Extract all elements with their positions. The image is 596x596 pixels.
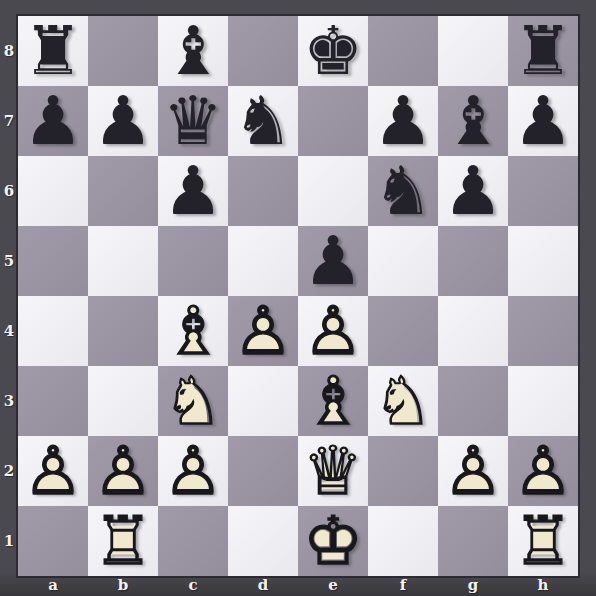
white-rook-b1[interactable]: ♜♖ <box>88 506 158 576</box>
square-d1[interactable] <box>228 506 298 576</box>
square-e6[interactable] <box>298 156 368 226</box>
white-bishop-e3[interactable]: ♝♗ <box>298 366 368 436</box>
square-h4[interactable] <box>508 296 578 366</box>
square-a3[interactable] <box>18 366 88 436</box>
square-a7[interactable]: ♟ <box>18 86 88 156</box>
white-pawn-outline-glyph: ♙ <box>228 296 298 366</box>
square-h8[interactable]: ♜ <box>508 16 578 86</box>
white-pawn-glyph: ♟ <box>438 436 508 506</box>
black-knight-glyph: ♞ <box>228 86 298 156</box>
black-pawn-glyph: ♟ <box>298 226 368 296</box>
black-rook-glyph: ♜ <box>18 16 88 86</box>
square-f2[interactable] <box>368 436 438 506</box>
white-pawn-glyph: ♟ <box>228 296 298 366</box>
square-g7[interactable]: ♝ <box>438 86 508 156</box>
black-pawn-f7[interactable]: ♟ <box>368 86 438 156</box>
square-c6[interactable]: ♟ <box>158 156 228 226</box>
square-e8[interactable]: ♚ <box>298 16 368 86</box>
square-b1[interactable]: ♜♖ <box>88 506 158 576</box>
square-g3[interactable] <box>438 366 508 436</box>
file-label-e: e <box>298 576 368 594</box>
square-b3[interactable] <box>88 366 158 436</box>
black-pawn-glyph: ♟ <box>438 156 508 226</box>
square-d3[interactable] <box>228 366 298 436</box>
black-bishop-c8[interactable]: ♝ <box>158 16 228 86</box>
black-pawn-h7[interactable]: ♟ <box>508 86 578 156</box>
square-c3[interactable]: ♞♘ <box>158 366 228 436</box>
rank-labels: 87654321 <box>0 16 18 576</box>
white-pawn-h2[interactable]: ♟♙ <box>508 436 578 506</box>
square-f5[interactable] <box>368 226 438 296</box>
square-c2[interactable]: ♟♙ <box>158 436 228 506</box>
white-pawn-b2[interactable]: ♟♙ <box>88 436 158 506</box>
file-label-c: c <box>158 576 228 594</box>
black-pawn-c6[interactable]: ♟ <box>158 156 228 226</box>
square-b6[interactable] <box>88 156 158 226</box>
rank-label-4: 4 <box>0 296 18 366</box>
white-king-outline-glyph: ♔ <box>298 506 368 576</box>
white-bishop-glyph: ♝ <box>298 366 368 436</box>
square-c1[interactable] <box>158 506 228 576</box>
chess-board-frame: 87654321 abcdefgh ♜♝♚♜♟♟♛♞♟♝♟♟♞♟♟♝♗♟♙♟♙♞… <box>0 0 596 596</box>
square-h3[interactable] <box>508 366 578 436</box>
square-c5[interactable] <box>158 226 228 296</box>
white-king-e1[interactable]: ♚♔ <box>298 506 368 576</box>
square-b5[interactable] <box>88 226 158 296</box>
white-pawn-c2[interactable]: ♟♙ <box>158 436 228 506</box>
white-knight-outline-glyph: ♘ <box>158 366 228 436</box>
rank-label-2: 2 <box>0 436 18 506</box>
white-pawn-glyph: ♟ <box>158 436 228 506</box>
square-g8[interactable] <box>438 16 508 86</box>
square-f3[interactable]: ♞♘ <box>368 366 438 436</box>
square-a4[interactable] <box>18 296 88 366</box>
square-c7[interactable]: ♛ <box>158 86 228 156</box>
square-g6[interactable]: ♟ <box>438 156 508 226</box>
square-e1[interactable]: ♚♔ <box>298 506 368 576</box>
rank-label-5: 5 <box>0 226 18 296</box>
white-knight-outline-glyph: ♘ <box>368 366 438 436</box>
rank-label-8: 8 <box>0 16 18 86</box>
square-f6[interactable]: ♞ <box>368 156 438 226</box>
square-e7[interactable] <box>298 86 368 156</box>
black-pawn-e5[interactable]: ♟ <box>298 226 368 296</box>
square-d5[interactable] <box>228 226 298 296</box>
white-pawn-outline-glyph: ♙ <box>438 436 508 506</box>
white-pawn-outline-glyph: ♙ <box>158 436 228 506</box>
black-rook-a8[interactable]: ♜ <box>18 16 88 86</box>
black-pawn-glyph: ♟ <box>18 86 88 156</box>
square-b4[interactable] <box>88 296 158 366</box>
white-pawn-a2[interactable]: ♟♙ <box>18 436 88 506</box>
file-label-h: h <box>508 576 578 594</box>
square-d2[interactable] <box>228 436 298 506</box>
rank-label-1: 1 <box>0 506 18 576</box>
square-f7[interactable]: ♟ <box>368 86 438 156</box>
white-rook-glyph: ♜ <box>508 506 578 576</box>
square-g1[interactable] <box>438 506 508 576</box>
square-h1[interactable]: ♜♖ <box>508 506 578 576</box>
rank-label-6: 6 <box>0 156 18 226</box>
white-pawn-glyph: ♟ <box>298 296 368 366</box>
black-bishop-g7[interactable]: ♝ <box>438 86 508 156</box>
white-knight-f3[interactable]: ♞♘ <box>368 366 438 436</box>
white-pawn-outline-glyph: ♙ <box>298 296 368 366</box>
file-label-g: g <box>438 576 508 594</box>
file-label-d: d <box>228 576 298 594</box>
square-d7[interactable]: ♞ <box>228 86 298 156</box>
black-rook-glyph: ♜ <box>508 16 578 86</box>
white-pawn-glyph: ♟ <box>18 436 88 506</box>
square-f4[interactable] <box>368 296 438 366</box>
white-queen-glyph: ♛ <box>298 436 368 506</box>
square-g2[interactable]: ♟♙ <box>438 436 508 506</box>
square-a2[interactable]: ♟♙ <box>18 436 88 506</box>
square-d4[interactable]: ♟♙ <box>228 296 298 366</box>
black-king-glyph: ♚ <box>298 16 368 86</box>
white-pawn-e4[interactable]: ♟♙ <box>298 296 368 366</box>
black-knight-f6[interactable]: ♞ <box>368 156 438 226</box>
white-pawn-glyph: ♟ <box>88 436 158 506</box>
white-king-glyph: ♚ <box>298 506 368 576</box>
black-pawn-glyph: ♟ <box>158 156 228 226</box>
black-pawn-g6[interactable]: ♟ <box>438 156 508 226</box>
square-e3[interactable]: ♝♗ <box>298 366 368 436</box>
black-bishop-glyph: ♝ <box>158 16 228 86</box>
square-b7[interactable]: ♟ <box>88 86 158 156</box>
white-pawn-outline-glyph: ♙ <box>88 436 158 506</box>
square-c4[interactable]: ♝♗ <box>158 296 228 366</box>
file-label-a: a <box>18 576 88 594</box>
white-rook-outline-glyph: ♖ <box>508 506 578 576</box>
file-label-b: b <box>88 576 158 594</box>
black-pawn-a7[interactable]: ♟ <box>18 86 88 156</box>
white-queen-outline-glyph: ♕ <box>298 436 368 506</box>
black-queen-c7[interactable]: ♛ <box>158 86 228 156</box>
white-bishop-glyph: ♝ <box>158 296 228 366</box>
square-a6[interactable] <box>18 156 88 226</box>
white-bishop-outline-glyph: ♗ <box>158 296 228 366</box>
white-pawn-outline-glyph: ♙ <box>18 436 88 506</box>
black-pawn-glyph: ♟ <box>508 86 578 156</box>
square-e4[interactable]: ♟♙ <box>298 296 368 366</box>
square-e5[interactable]: ♟ <box>298 226 368 296</box>
square-e2[interactable]: ♛♕ <box>298 436 368 506</box>
black-king-e8[interactable]: ♚ <box>298 16 368 86</box>
file-labels: abcdefgh <box>18 576 578 596</box>
white-rook-outline-glyph: ♖ <box>88 506 158 576</box>
square-f8[interactable] <box>368 16 438 86</box>
square-h7[interactable]: ♟ <box>508 86 578 156</box>
square-a8[interactable]: ♜ <box>18 16 88 86</box>
square-d6[interactable] <box>228 156 298 226</box>
white-pawn-glyph: ♟ <box>508 436 578 506</box>
square-g5[interactable] <box>438 226 508 296</box>
black-queen-glyph: ♛ <box>158 86 228 156</box>
rank-label-3: 3 <box>0 366 18 436</box>
square-b2[interactable]: ♟♙ <box>88 436 158 506</box>
square-h6[interactable] <box>508 156 578 226</box>
square-a5[interactable] <box>18 226 88 296</box>
white-pawn-outline-glyph: ♙ <box>508 436 578 506</box>
black-bishop-glyph: ♝ <box>438 86 508 156</box>
white-rook-h1[interactable]: ♜♖ <box>508 506 578 576</box>
file-label-f: f <box>368 576 438 594</box>
white-pawn-d4[interactable]: ♟♙ <box>228 296 298 366</box>
chess-board[interactable]: ♜♝♚♜♟♟♛♞♟♝♟♟♞♟♟♝♗♟♙♟♙♞♘♝♗♞♘♟♙♟♙♟♙♛♕♟♙♟♙♜… <box>18 16 578 576</box>
square-c8[interactable]: ♝ <box>158 16 228 86</box>
white-knight-c3[interactable]: ♞♘ <box>158 366 228 436</box>
black-knight-d7[interactable]: ♞ <box>228 86 298 156</box>
white-pawn-g2[interactable]: ♟♙ <box>438 436 508 506</box>
black-pawn-glyph: ♟ <box>88 86 158 156</box>
square-f1[interactable] <box>368 506 438 576</box>
square-h2[interactable]: ♟♙ <box>508 436 578 506</box>
white-bishop-c4[interactable]: ♝♗ <box>158 296 228 366</box>
black-knight-glyph: ♞ <box>368 156 438 226</box>
square-a1[interactable] <box>18 506 88 576</box>
white-knight-glyph: ♞ <box>158 366 228 436</box>
black-pawn-b7[interactable]: ♟ <box>88 86 158 156</box>
square-b8[interactable] <box>88 16 158 86</box>
white-bishop-outline-glyph: ♗ <box>298 366 368 436</box>
rank-label-7: 7 <box>0 86 18 156</box>
white-rook-glyph: ♜ <box>88 506 158 576</box>
square-g4[interactable] <box>438 296 508 366</box>
black-pawn-glyph: ♟ <box>368 86 438 156</box>
square-d8[interactable] <box>228 16 298 86</box>
square-h5[interactable] <box>508 226 578 296</box>
black-rook-h8[interactable]: ♜ <box>508 16 578 86</box>
white-knight-glyph: ♞ <box>368 366 438 436</box>
white-queen-e2[interactable]: ♛♕ <box>298 436 368 506</box>
